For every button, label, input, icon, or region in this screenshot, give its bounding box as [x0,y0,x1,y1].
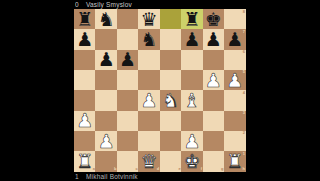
square-c8[interactable] [117,9,138,29]
player-bottom-label: 1Mikhail Botvinnik [75,172,246,181]
square-d2[interactable] [138,131,159,151]
square-g5[interactable]: ♟ [203,70,224,90]
square-b2[interactable]: ♟ [95,131,116,151]
square-e1[interactable]: e [160,151,181,171]
square-f6[interactable] [181,50,202,70]
player-bottom-name: Mikhail Botvinnik [86,173,138,180]
square-c2[interactable] [117,131,138,151]
square-f8[interactable]: ♜ [181,9,202,29]
square-f4[interactable]: ♝ [181,90,202,110]
square-h6[interactable]: 6 [224,50,245,70]
player-top-name: Vasily Smyslov [86,1,132,8]
square-b6[interactable]: ♟ [95,50,116,70]
white-pawn[interactable]: ♟ [76,111,93,130]
square-c5[interactable] [117,70,138,90]
square-e6[interactable] [160,50,181,70]
square-a8[interactable]: ♜ [74,9,95,29]
square-g6[interactable] [203,50,224,70]
white-king[interactable]: ♚ [183,151,200,170]
square-b5[interactable] [95,70,116,90]
white-pawn[interactable]: ♟ [141,90,158,109]
square-a3[interactable]: ♟ [74,111,95,131]
square-g1[interactable]: g [203,151,224,171]
square-f7[interactable]: ♟ [181,29,202,49]
player-top-score: 0 [75,0,79,9]
black-pawn[interactable]: ♟ [205,29,222,48]
square-h7[interactable]: ♟7 [224,29,245,49]
square-c4[interactable] [117,90,138,110]
black-pawn[interactable]: ♟ [226,29,243,48]
square-e5[interactable] [160,70,181,90]
white-pawn[interactable]: ♟ [183,131,200,150]
white-rook[interactable]: ♜ [226,151,243,170]
coordinate-rank-6: 6 [243,50,245,54]
square-a7[interactable]: ♟ [74,29,95,49]
square-c7[interactable] [117,29,138,49]
chess-board[interactable]: ♜♞♛♜♚8♟♞♟♟♟7♟♟6♟♟5♟♞♝4♟3♟♟2♜abc♛de♚fg♜1h [74,9,246,172]
square-a1[interactable]: ♜a [74,151,95,171]
coordinate-rank-7: 7 [243,30,245,34]
coordinate-rank-3: 3 [243,111,245,115]
coordinate-rank-4: 4 [243,91,245,95]
black-knight[interactable]: ♞ [141,29,158,48]
square-c3[interactable] [117,111,138,131]
square-h2[interactable]: 2 [224,131,245,151]
square-g4[interactable] [203,90,224,110]
black-rook[interactable]: ♜ [183,9,200,28]
square-g3[interactable] [203,111,224,131]
square-h1[interactable]: ♜1h [224,151,245,171]
square-h8[interactable]: 8 [224,9,245,29]
white-queen[interactable]: ♛ [141,151,158,170]
white-pawn[interactable]: ♟ [205,70,222,89]
player-bottom-score: 1 [75,172,79,181]
square-b4[interactable] [95,90,116,110]
square-f5[interactable] [181,70,202,90]
square-f3[interactable] [181,111,202,131]
square-h3[interactable]: 3 [224,111,245,131]
square-d1[interactable]: ♛d [138,151,159,171]
square-e8[interactable] [160,9,181,29]
square-b7[interactable] [95,29,116,49]
black-pawn[interactable]: ♟ [76,29,93,48]
white-knight[interactable]: ♞ [162,90,179,109]
square-g8[interactable]: ♚ [203,9,224,29]
coordinate-rank-8: 8 [243,10,245,14]
square-b1[interactable]: b [95,151,116,171]
square-d5[interactable] [138,70,159,90]
square-g2[interactable] [203,131,224,151]
coordinate-rank-1: 1 [243,152,245,156]
square-b3[interactable] [95,111,116,131]
coordinate-file-h: h [243,167,245,171]
square-e7[interactable] [160,29,181,49]
square-a4[interactable] [74,90,95,110]
black-pawn[interactable]: ♟ [119,50,136,69]
square-d8[interactable]: ♛ [138,9,159,29]
square-a2[interactable] [74,131,95,151]
player-top-label: 0Vasily Smyslov [75,0,246,9]
coordinate-rank-2: 2 [243,131,245,135]
black-pawn[interactable]: ♟ [183,29,200,48]
square-d7[interactable]: ♞ [138,29,159,49]
white-pawn[interactable]: ♟ [98,131,115,150]
square-d6[interactable] [138,50,159,70]
black-queen[interactable]: ♛ [141,9,158,28]
black-rook[interactable]: ♜ [76,9,93,28]
square-e2[interactable] [160,131,181,151]
square-h5[interactable]: ♟5 [224,70,245,90]
square-c6[interactable]: ♟ [117,50,138,70]
square-e4[interactable]: ♞ [160,90,181,110]
square-b8[interactable]: ♞ [95,9,116,29]
square-a6[interactable] [74,50,95,70]
white-bishop[interactable]: ♝ [183,90,200,109]
square-c1[interactable]: c [117,151,138,171]
white-rook[interactable]: ♜ [76,151,93,170]
square-f2[interactable]: ♟ [181,131,202,151]
square-f1[interactable]: ♚f [181,151,202,171]
square-e3[interactable] [160,111,181,131]
square-d4[interactable]: ♟ [138,90,159,110]
square-a5[interactable] [74,70,95,90]
black-knight[interactable]: ♞ [98,9,115,28]
square-h4[interactable]: 4 [224,90,245,110]
black-pawn[interactable]: ♟ [98,50,115,69]
coordinate-rank-5: 5 [243,70,245,74]
black-king[interactable]: ♚ [205,9,222,28]
square-d3[interactable] [138,111,159,131]
square-g7[interactable]: ♟ [203,29,224,49]
white-pawn[interactable]: ♟ [226,70,243,89]
